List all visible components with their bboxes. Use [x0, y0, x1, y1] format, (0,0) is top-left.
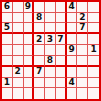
- cell-r3c3[interactable]: [24, 23, 35, 34]
- cell-r5c8[interactable]: [77, 45, 88, 56]
- cell-r6c9[interactable]: [88, 56, 99, 67]
- cell-r4c8[interactable]: [77, 34, 88, 45]
- cell-r6c8[interactable]: [77, 56, 88, 67]
- cell-r7c1[interactable]: [2, 67, 13, 78]
- cell-r2c5[interactable]: [45, 13, 56, 24]
- cell-r5c3[interactable]: [24, 45, 35, 56]
- cell-r9c7[interactable]: [67, 88, 78, 99]
- cell-r7c2-given: 2: [13, 67, 24, 78]
- cell-r4c3[interactable]: [24, 34, 35, 45]
- cell-r4c1[interactable]: [2, 34, 13, 45]
- cell-r3c6[interactable]: [56, 23, 67, 34]
- cell-r3c1-given: 5: [2, 23, 13, 34]
- cell-r7c8[interactable]: [77, 67, 88, 78]
- cell-r7c4-given: 7: [34, 67, 45, 78]
- cell-r2c7[interactable]: [67, 13, 78, 24]
- cell-r6c3[interactable]: [24, 56, 35, 67]
- sudoku-board: 6 9 4 8 2 5 7 237 9 1 8 2 7 1 4: [0, 0, 101, 101]
- cell-r3c5[interactable]: [45, 23, 56, 34]
- cell-r6c2[interactable]: [13, 56, 24, 67]
- cell-r6c5-given: 8: [45, 56, 56, 67]
- cell-r7c6[interactable]: [56, 67, 67, 78]
- cell-r3c9[interactable]: [88, 23, 99, 34]
- cell-r2c3[interactable]: [24, 13, 35, 24]
- cell-r6c4[interactable]: [34, 56, 45, 67]
- cell-r1c3-given: 9: [24, 2, 35, 13]
- cell-r2c6[interactable]: [56, 13, 67, 24]
- cell-r7c7[interactable]: [67, 67, 78, 78]
- cell-r9c9[interactable]: [88, 88, 99, 99]
- cell-r5c7-given: 9: [67, 45, 78, 56]
- cell-r8c6[interactable]: [56, 78, 67, 89]
- cell-r9c1[interactable]: [2, 88, 13, 99]
- cell-r3c4[interactable]: [34, 23, 45, 34]
- cell-r8c2[interactable]: [13, 78, 24, 89]
- cell-r3c8-given: 7: [77, 23, 88, 34]
- cell-r8c5[interactable]: [45, 78, 56, 89]
- cell-r9c5[interactable]: [45, 88, 56, 99]
- cell-r1c1-given: 6: [2, 2, 13, 13]
- cell-r6c6[interactable]: [56, 56, 67, 67]
- cell-r8c3[interactable]: [24, 78, 35, 89]
- cell-r6c7[interactable]: [67, 56, 78, 67]
- cell-r9c3[interactable]: [24, 88, 35, 99]
- cell-r1c6[interactable]: [56, 2, 67, 13]
- cell-r6c1[interactable]: [2, 56, 13, 67]
- cell-r1c7-given: 4: [67, 2, 78, 13]
- cell-r3c2[interactable]: [13, 23, 24, 34]
- cell-r5c2[interactable]: [13, 45, 24, 56]
- cell-r4c6-given: 7: [56, 34, 67, 45]
- cell-r7c3[interactable]: [24, 67, 35, 78]
- cell-r7c9[interactable]: [88, 67, 99, 78]
- cell-r2c2[interactable]: [13, 13, 24, 24]
- cell-r9c2[interactable]: [13, 88, 24, 99]
- cell-r8c9[interactable]: [88, 78, 99, 89]
- cell-r1c5[interactable]: [45, 2, 56, 13]
- cell-r7c5[interactable]: [45, 67, 56, 78]
- cell-r2c9[interactable]: [88, 13, 99, 24]
- cell-r5c6[interactable]: [56, 45, 67, 56]
- cell-r9c8[interactable]: [77, 88, 88, 99]
- cell-r5c4[interactable]: [34, 45, 45, 56]
- cell-r2c4-given: 8: [34, 13, 45, 24]
- cell-r8c1-given: 1: [2, 78, 13, 89]
- cell-r4c4-given: 2: [34, 34, 45, 45]
- cell-r3c7[interactable]: [67, 23, 78, 34]
- cell-r9c4[interactable]: [34, 88, 45, 99]
- cell-r8c8[interactable]: [77, 78, 88, 89]
- cell-r4c2[interactable]: [13, 34, 24, 45]
- cell-r5c9-given: 1: [88, 45, 99, 56]
- cell-r8c4[interactable]: [34, 78, 45, 89]
- cell-r5c1[interactable]: [2, 45, 13, 56]
- cell-r1c2[interactable]: [13, 2, 24, 13]
- cell-r8c7-given: 4: [67, 78, 78, 89]
- cell-r1c9[interactable]: [88, 2, 99, 13]
- cell-r4c5-given: 3: [45, 34, 56, 45]
- cell-r9c6[interactable]: [56, 88, 67, 99]
